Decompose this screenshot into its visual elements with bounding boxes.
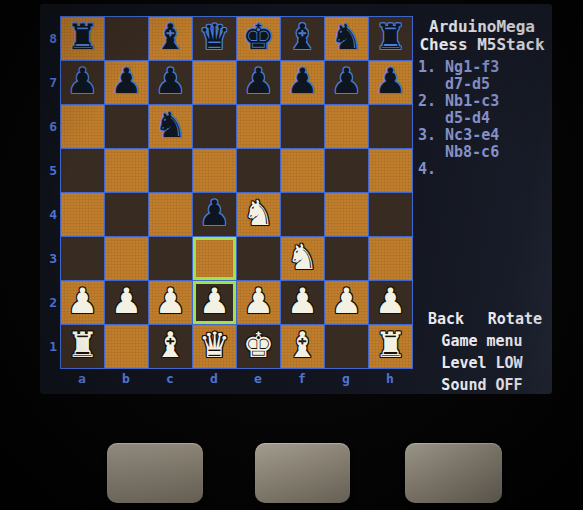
file-label-h: h xyxy=(368,371,412,386)
rank-label-7: 7 xyxy=(40,60,57,104)
square-b8 xyxy=(105,17,148,60)
square-f5 xyxy=(281,149,324,192)
square-e6 xyxy=(237,105,280,148)
square-e2: ♟ xyxy=(237,281,280,324)
square-f3: ♞ xyxy=(281,237,324,280)
menu-row-back-rotate: Back Rotate xyxy=(418,308,546,330)
board: ♜♝♛♚♝♞♜♟♟♟♟♟♟♟♞♟♞♞♟♟♟♟♟♟♟♟♜♝♛♚♝♜ xyxy=(60,16,413,369)
move-line-3-black: Nb8-c6 xyxy=(418,144,546,161)
move-line-4-white: 4. xyxy=(418,161,546,178)
physical-button-b[interactable] xyxy=(255,443,350,503)
square-a8: ♜ xyxy=(61,17,104,60)
file-label-b: b xyxy=(104,371,148,386)
file-label-d: d xyxy=(192,371,236,386)
square-g3 xyxy=(325,237,368,280)
piece-white-pawn: ♟ xyxy=(111,284,142,319)
square-b2: ♟ xyxy=(105,281,148,324)
physical-button-a[interactable] xyxy=(107,443,203,503)
piece-white-bishop: ♝ xyxy=(287,328,318,363)
move-list: 1. Ng1-f3d7-d52. Nb1-c3d5-d43. Nc3-e4Nb8… xyxy=(418,59,546,178)
square-h8: ♜ xyxy=(369,17,412,60)
piece-white-knight: ♞ xyxy=(287,240,318,275)
piece-black-knight: ♞ xyxy=(331,20,362,55)
physical-button-c[interactable] xyxy=(405,443,502,503)
square-g8: ♞ xyxy=(325,17,368,60)
piece-black-pawn: ♟ xyxy=(111,64,142,99)
lcd-screen: 87654321 ♜♝♛♚♝♞♜♟♟♟♟♟♟♟♞♟♞♞♟♟♟♟♟♟♟♟♜♝♛♚♝… xyxy=(40,4,552,394)
menu-item-sound-off[interactable]: Sound OFF xyxy=(418,374,546,396)
piece-white-king: ♚ xyxy=(243,328,274,363)
rank-label-5: 5 xyxy=(40,148,57,192)
rank-label-6: 6 xyxy=(40,104,57,148)
piece-white-pawn: ♟ xyxy=(331,284,362,319)
move-line-1-black: d7-d5 xyxy=(418,76,546,93)
square-a1: ♜ xyxy=(61,325,104,368)
piece-black-king: ♚ xyxy=(243,20,274,55)
square-e5 xyxy=(237,149,280,192)
move-line-3-white: 3. Nc3-e4 xyxy=(418,127,546,144)
square-d5 xyxy=(193,149,236,192)
piece-white-pawn: ♟ xyxy=(375,284,406,319)
square-b6 xyxy=(105,105,148,148)
piece-white-pawn: ♟ xyxy=(155,284,186,319)
square-e4: ♞ xyxy=(237,193,280,236)
square-g5 xyxy=(325,149,368,192)
square-a5 xyxy=(61,149,104,192)
rank-label-3: 3 xyxy=(40,236,57,280)
piece-white-rook: ♜ xyxy=(375,328,406,363)
piece-black-pawn: ♟ xyxy=(375,64,406,99)
square-h7: ♟ xyxy=(369,61,412,104)
piece-black-pawn: ♟ xyxy=(287,64,318,99)
square-b3 xyxy=(105,237,148,280)
app-title: ArduinoMega Chess M5Stack xyxy=(418,18,546,54)
square-d4: ♟ xyxy=(193,193,236,236)
piece-white-pawn: ♟ xyxy=(199,284,230,319)
file-labels: abcdefgh xyxy=(60,371,412,386)
m5stack-device: 87654321 ♜♝♛♚♝♞♜♟♟♟♟♟♟♟♞♟♞♞♟♟♟♟♟♟♟♟♜♝♛♚♝… xyxy=(0,0,583,510)
square-h3 xyxy=(369,237,412,280)
piece-black-pawn: ♟ xyxy=(331,64,362,99)
square-c5 xyxy=(149,149,192,192)
move-line-2-white: 2. Nb1-c3 xyxy=(418,93,546,110)
square-e8: ♚ xyxy=(237,17,280,60)
square-e3 xyxy=(237,237,280,280)
square-f4 xyxy=(281,193,324,236)
square-a7: ♟ xyxy=(61,61,104,104)
square-h2: ♟ xyxy=(369,281,412,324)
app-title-line1: ArduinoMega xyxy=(418,18,546,36)
menu: Back Rotate Game menuLevel LOWSound OFF xyxy=(418,308,546,396)
square-f7: ♟ xyxy=(281,61,324,104)
file-label-a: a xyxy=(60,371,104,386)
piece-black-bishop: ♝ xyxy=(155,20,186,55)
rank-labels: 87654321 xyxy=(40,16,57,368)
square-a2: ♟ xyxy=(61,281,104,324)
piece-black-rook: ♜ xyxy=(375,20,406,55)
menu-item-back[interactable]: Back xyxy=(428,308,464,330)
square-d1: ♛ xyxy=(193,325,236,368)
square-c7: ♟ xyxy=(149,61,192,104)
square-a6 xyxy=(61,105,104,148)
square-d7 xyxy=(193,61,236,104)
square-e1: ♚ xyxy=(237,325,280,368)
square-c1: ♝ xyxy=(149,325,192,368)
rank-label-4: 4 xyxy=(40,192,57,236)
square-h4 xyxy=(369,193,412,236)
square-f2: ♟ xyxy=(281,281,324,324)
app-title-line2: Chess M5Stack xyxy=(418,36,546,54)
file-label-c: c xyxy=(148,371,192,386)
square-a4 xyxy=(61,193,104,236)
piece-white-pawn: ♟ xyxy=(243,284,274,319)
piece-black-pawn: ♟ xyxy=(243,64,274,99)
square-h1: ♜ xyxy=(369,325,412,368)
menu-item-game-menu[interactable]: Game menu xyxy=(418,330,546,352)
square-f6 xyxy=(281,105,324,148)
file-label-g: g xyxy=(324,371,368,386)
rank-label-8: 8 xyxy=(40,16,57,60)
square-f8: ♝ xyxy=(281,17,324,60)
square-g6 xyxy=(325,105,368,148)
piece-black-pawn: ♟ xyxy=(199,196,230,231)
square-g7: ♟ xyxy=(325,61,368,104)
piece-white-queen: ♛ xyxy=(199,328,230,363)
piece-white-rook: ♜ xyxy=(67,328,98,363)
square-c3 xyxy=(149,237,192,280)
file-label-e: e xyxy=(236,371,280,386)
piece-black-bishop: ♝ xyxy=(287,20,318,55)
square-a3 xyxy=(61,237,104,280)
square-b7: ♟ xyxy=(105,61,148,104)
piece-black-queen: ♛ xyxy=(199,20,230,55)
piece-white-knight: ♞ xyxy=(243,196,274,231)
piece-black-rook: ♜ xyxy=(67,20,98,55)
square-c6: ♞ xyxy=(149,105,192,148)
square-c8: ♝ xyxy=(149,17,192,60)
square-b1 xyxy=(105,325,148,368)
square-c2: ♟ xyxy=(149,281,192,324)
square-e7: ♟ xyxy=(237,61,280,104)
square-h6 xyxy=(369,105,412,148)
square-d3 xyxy=(193,237,236,280)
file-label-f: f xyxy=(280,371,324,386)
piece-white-pawn: ♟ xyxy=(287,284,318,319)
piece-black-pawn: ♟ xyxy=(67,64,98,99)
menu-item-rotate[interactable]: Rotate xyxy=(488,308,542,330)
square-b4 xyxy=(105,193,148,236)
piece-white-pawn: ♟ xyxy=(67,284,98,319)
menu-item-level-low[interactable]: Level LOW xyxy=(418,352,546,374)
move-line-2-black: d5-d4 xyxy=(418,110,546,127)
square-b5 xyxy=(105,149,148,192)
square-c4 xyxy=(149,193,192,236)
square-d8: ♛ xyxy=(193,17,236,60)
square-h5 xyxy=(369,149,412,192)
square-d2: ♟ xyxy=(193,281,236,324)
rank-label-2: 2 xyxy=(40,280,57,324)
piece-white-bishop: ♝ xyxy=(155,328,186,363)
square-g1 xyxy=(325,325,368,368)
rank-label-1: 1 xyxy=(40,324,57,368)
move-line-1-white: 1. Ng1-f3 xyxy=(418,59,546,76)
square-d6 xyxy=(193,105,236,148)
square-g4 xyxy=(325,193,368,236)
square-g2: ♟ xyxy=(325,281,368,324)
piece-black-knight: ♞ xyxy=(155,108,186,143)
piece-black-pawn: ♟ xyxy=(155,64,186,99)
square-f1: ♝ xyxy=(281,325,324,368)
